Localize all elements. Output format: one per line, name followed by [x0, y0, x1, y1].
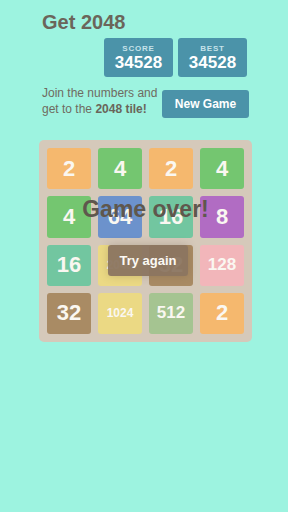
tile-r1c2: 4 — [98, 148, 142, 189]
tile-r1c3: 2 — [149, 148, 193, 189]
page-title: Get 2048 — [42, 11, 125, 34]
tile-r2c4: 8 — [200, 196, 244, 237]
best-label: BEST — [200, 44, 225, 53]
tile-r2c3: 16 — [149, 196, 193, 237]
tile-r4c2: 1024 — [98, 293, 142, 334]
new-game-button[interactable]: New Game — [162, 90, 249, 118]
board-grid[interactable]: 2424464168162048321283210245122 — [39, 140, 252, 342]
subtitle: Join the numbers and get to the 2048 til… — [42, 85, 162, 117]
tile-r1c4: 4 — [200, 148, 244, 189]
tile-r2c2: 64 — [98, 196, 142, 237]
tile-r4c4: 2 — [200, 293, 244, 334]
tile-r2c1: 4 — [47, 196, 91, 237]
try-again-button[interactable]: Try again — [108, 245, 188, 276]
score-value: 34528 — [115, 54, 162, 72]
tile-r4c3: 512 — [149, 293, 193, 334]
subtitle-line1: Join the numbers and — [42, 86, 157, 100]
best-box: BEST 34528 — [178, 38, 247, 77]
best-value: 34528 — [189, 54, 236, 72]
score-box: SCORE 34528 — [104, 38, 173, 77]
tile-r4c1: 32 — [47, 293, 91, 334]
subtitle-line2-prefix: get to the — [42, 102, 95, 116]
tile-r3c1: 16 — [47, 245, 91, 286]
score-label: SCORE — [122, 44, 154, 53]
tile-r3c4: 128 — [200, 245, 244, 286]
tile-r1c1: 2 — [47, 148, 91, 189]
subtitle-goal: 2048 tile! — [95, 102, 146, 116]
app-screen: Get 2048 SCORE 34528 BEST 34528 Join the… — [0, 0, 288, 512]
